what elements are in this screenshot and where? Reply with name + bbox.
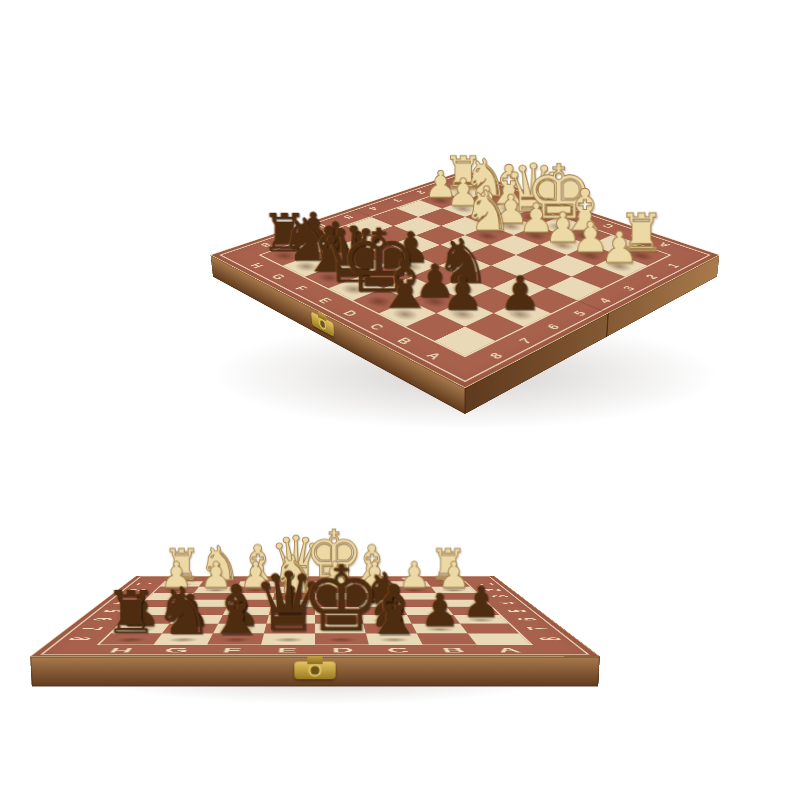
coordinate-label: F [221,646,243,654]
chessboard-3d: ♜♞♝♛♚♝♜♟♟♟♟♟♟♟♟♞♟♞♟♟♟♟♟♟♜♞♝♛♚♝HHGGFFEEDD… [210,170,719,388]
chess-set-perspective-view: ♜♞♝♛♚♝♜♟♟♟♟♟♟♟♟♞♟♞♟♟♟♟♟♟♜♞♝♛♚♝HHGGFFEEDD… [285,75,645,435]
piece-light-pawn-h2: ♟ [401,167,481,202]
square-f1: ♝ [488,200,534,217]
piece-light-pawn-a2: ♟ [573,228,665,269]
coordinate-label: 4 [595,296,614,304]
coordinate-label: H [479,182,495,187]
square-g1: ♞ [465,192,510,208]
board-top-face: ♜♞♝♛♚♝♜♟♟♟♟♟♟♟♟♞♟♞♟♟♟♟♟♟♜♞♝♛♚♝HHGGFFEEDD… [210,170,719,388]
chess-set-front-view: ♜♞♝♛♚♝♜♟♟♟♟♟♟♟♟♞♟♞♟♟♟♟♟♟♜♞♝♛♚♝HHGGFFEEDD… [95,387,535,800]
coordinate-label: A [423,350,446,361]
square-c8: ♝ [366,634,423,645]
coordinate-label: 2 [414,190,428,195]
square-f2: ♟ [465,208,512,225]
coordinate-label: B [440,646,467,654]
square-h1: ♜ [443,185,487,201]
coordinate-label: 1 [664,262,682,269]
coordinate-label: 8 [532,637,569,640]
coordinate-label: G [162,646,191,654]
piece-light-pawn-e2: ♟ [469,191,554,228]
coordinate-label: D [331,646,354,654]
box-front-edge [30,656,600,686]
piece-dark-bishop-c8: ♝ [355,252,456,316]
piece-light-pawn-f2: ♟ [445,183,528,220]
piece-contact-shadow [493,203,525,215]
coordinate-label: G [501,189,517,195]
piece-dark-bishop-c8: ♝ [340,577,448,642]
coordinate-label: C [366,322,388,332]
coordinate-label: 3 [390,198,405,203]
coordinate-label: F [525,197,540,203]
coordinate-label: A [495,646,524,654]
brass-clasp [294,662,335,680]
coordinate-label: 5 [570,309,590,318]
chessboard-3d: ♜♞♝♛♚♝♜♟♟♟♟♟♟♟♟♞♟♞♟♟♟♟♟♟♜♞♝♛♚♝HHGGFFEEDD… [30,576,600,657]
fold-seam-edge [606,313,609,338]
coordinate-label: E [277,646,298,654]
piece-contact-shadow [470,212,503,224]
piece-contact-shadow [470,195,501,206]
piece-light-bishop-f1: ♝ [468,159,549,210]
square-h2: ♟ [420,192,465,208]
coordinate-label: B [394,336,416,347]
coordinate-label: 7 [521,627,556,630]
coordinate-label: 2 [642,273,661,280]
coordinate-label: H [107,646,136,654]
piece-light-rook-h1: ♜ [424,152,502,195]
coordinate-label: 8 [486,351,507,361]
board-top-face: ♜♞♝♛♚♝♜♟♟♟♟♟♟♟♟♞♟♞♟♟♟♟♟♟♜♞♝♛♚♝HHGGFFEEDD… [30,576,600,657]
square-g2: ♟ [442,200,488,217]
piece-contact-shadow [425,195,456,206]
piece-light-queen-e1: ♛ [492,157,575,220]
coordinate-label: 3 [619,284,638,292]
coordinate-label: 6 [543,322,563,331]
piece-contact-shadow [448,188,479,199]
piece-contact-shadow [494,220,527,233]
coordinate-label: E [549,205,565,211]
piece-contact-shadow [447,203,479,215]
piece-light-pawn-g2: ♟ [423,175,504,211]
square-a8 [468,634,530,645]
piece-light-knight-g1: ♞ [446,154,526,203]
coordinate-label: 1 [436,182,450,187]
coordinate-label: C [386,646,411,654]
playing-area: ♜♞♝♛♚♝♜♟♟♟♟♟♟♟♟♞♟♞♟♟♟♟♟♟♜♞♝♛♚♝ [97,581,534,645]
coordinate-label: 7 [515,336,535,346]
square-c8: ♝ [379,300,436,326]
